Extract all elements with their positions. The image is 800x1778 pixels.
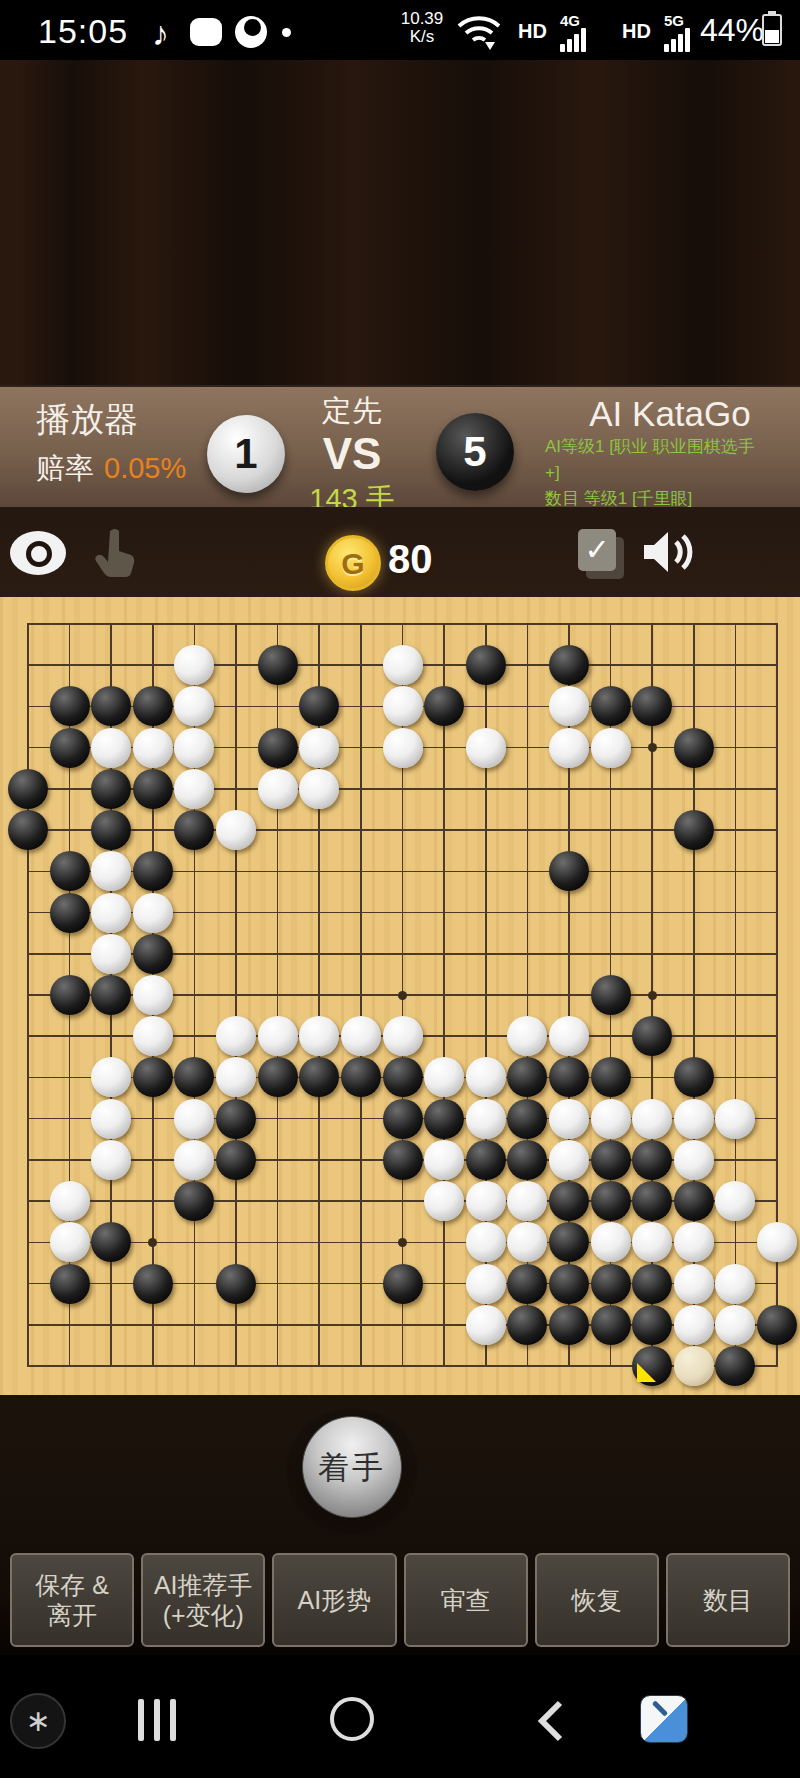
- black-stone: [632, 686, 672, 726]
- black-stone: [91, 975, 131, 1015]
- black-stone: [299, 1057, 339, 1097]
- white-stone: [91, 1099, 131, 1139]
- app-background: [0, 60, 800, 385]
- white-stone: [133, 1016, 173, 1056]
- restore-button[interactable]: 恢复: [535, 1553, 659, 1647]
- white-stone: [674, 1099, 714, 1139]
- white-stone: [674, 1140, 714, 1180]
- white-stone: [174, 1099, 214, 1139]
- white-stone: [757, 1222, 797, 1262]
- black-stone: [50, 728, 90, 768]
- eye-icon[interactable]: [10, 531, 66, 575]
- white-stone: [341, 1016, 381, 1056]
- white-stone: [133, 975, 173, 1015]
- white-stone: [299, 769, 339, 809]
- black-stone: [50, 975, 90, 1015]
- white-stone: [383, 645, 423, 685]
- grid-line: [443, 623, 445, 1367]
- black-stone: [258, 645, 298, 685]
- black-stone: [674, 810, 714, 850]
- black-stone: [549, 1222, 589, 1262]
- white-stone: [50, 1181, 90, 1221]
- white-stone: [632, 1222, 672, 1262]
- white-stone: [299, 1016, 339, 1056]
- black-stone: [507, 1140, 547, 1180]
- black-stone: [50, 893, 90, 933]
- white-stone: [50, 1222, 90, 1262]
- coin-count: 80: [388, 537, 433, 582]
- play-move-button[interactable]: 着手: [302, 1416, 402, 1518]
- white-stone: [174, 728, 214, 768]
- action-button-row: 保存 & 离开 AI推荐手 (+变化) AI形势 审查 恢复 数目: [0, 1553, 800, 1647]
- network-speed: 10.39 K/s: [392, 10, 452, 46]
- black-stone: [8, 769, 48, 809]
- black-stone: [258, 1057, 298, 1097]
- white-stone: [216, 810, 256, 850]
- black-stone: [174, 1057, 214, 1097]
- black-stone: [591, 1057, 631, 1097]
- signal-bars-4g-icon: [560, 28, 586, 52]
- black-stone: [591, 1140, 631, 1180]
- black-stone: [341, 1057, 381, 1097]
- white-stone: [91, 851, 131, 891]
- white-stone: [299, 728, 339, 768]
- black-stone: [133, 851, 173, 891]
- white-stone: [383, 686, 423, 726]
- ai-name: AI KataGo: [545, 394, 795, 434]
- go-board[interactable]: [0, 597, 800, 1395]
- white-stone: [507, 1222, 547, 1262]
- grid-line: [735, 623, 737, 1367]
- black-stone: [216, 1264, 256, 1304]
- white-stone: [715, 1181, 755, 1221]
- black-stone: [591, 686, 631, 726]
- checkbox-icon[interactable]: ✓: [578, 529, 622, 577]
- toolbar: G 80 ✓: [0, 507, 800, 597]
- white-stone: [674, 1346, 714, 1386]
- assistant-bubble-icon[interactable]: ∗: [10, 1693, 66, 1749]
- black-stone: [383, 1140, 423, 1180]
- coin-icon: G: [325, 535, 381, 591]
- black-stone: [549, 1057, 589, 1097]
- network-4g-label: 4G: [560, 12, 580, 29]
- white-stone: [715, 1264, 755, 1304]
- black-stone: [174, 1181, 214, 1221]
- black-stone: [591, 975, 631, 1015]
- review-button[interactable]: 审查: [404, 1553, 528, 1647]
- battery-percent: 44%: [700, 12, 764, 49]
- white-stone: [258, 769, 298, 809]
- black-stone: [174, 810, 214, 850]
- black-stone: [632, 1016, 672, 1056]
- black-stone: [383, 1057, 423, 1097]
- ai-suggest-button[interactable]: AI推荐手 (+变化): [141, 1553, 265, 1647]
- white-stone: [674, 1264, 714, 1304]
- white-stone: [507, 1181, 547, 1221]
- save-and-leave-button[interactable]: 保存 & 离开: [10, 1553, 134, 1647]
- black-stone: [383, 1264, 423, 1304]
- white-stone: [549, 686, 589, 726]
- black-stone: [507, 1264, 547, 1304]
- black-stone: [549, 1181, 589, 1221]
- clock: 15:05: [38, 12, 128, 51]
- black-stone: [91, 810, 131, 850]
- black-stone: [549, 645, 589, 685]
- white-stone: [174, 769, 214, 809]
- black-stone: [258, 728, 298, 768]
- white-stone: [424, 1181, 464, 1221]
- black-stone: [216, 1140, 256, 1180]
- handicap-label: 定先: [292, 391, 412, 432]
- player-odds: 赔率0.05%: [36, 449, 186, 489]
- black-stone: [674, 1057, 714, 1097]
- white-stone: [591, 1222, 631, 1262]
- black-stone: [591, 1305, 631, 1345]
- white-stone: [174, 686, 214, 726]
- signal-bars-5g-icon: [664, 28, 690, 52]
- white-stone: [466, 1099, 506, 1139]
- vs-label: VS: [292, 432, 412, 476]
- network-5g-label: 5G: [664, 12, 684, 29]
- white-stone: [466, 1181, 506, 1221]
- black-stone: [133, 1057, 173, 1097]
- black-stone: [632, 1346, 672, 1386]
- black-stone: [50, 1264, 90, 1304]
- white-stone: [91, 934, 131, 974]
- white-stone: [591, 728, 631, 768]
- count-button[interactable]: 数目: [666, 1553, 790, 1647]
- black-stone: [8, 810, 48, 850]
- white-stone: [466, 1222, 506, 1262]
- white-stone: [133, 893, 173, 933]
- black-stone: [549, 851, 589, 891]
- black-stone: [91, 686, 131, 726]
- black-stone: [632, 1140, 672, 1180]
- star-point: [648, 991, 657, 1000]
- hd-badge-2: HD: [622, 20, 651, 43]
- black-stone: [591, 1264, 631, 1304]
- black-stone: [424, 686, 464, 726]
- white-stone: [424, 1057, 464, 1097]
- white-stone: [591, 1099, 631, 1139]
- white-stone: [216, 1057, 256, 1097]
- white-stone: [466, 1305, 506, 1345]
- black-stone: [50, 851, 90, 891]
- ai-player-block: AI KataGo AI等级1 [职业 职业围棋选手 +] 数目 等级1 [千里…: [545, 387, 795, 512]
- white-stone: [466, 1264, 506, 1304]
- music-note-icon: ♪: [152, 14, 169, 53]
- white-stone: [715, 1099, 755, 1139]
- star-point: [148, 1238, 157, 1247]
- black-stone: [674, 1181, 714, 1221]
- black-stone: [757, 1305, 797, 1345]
- white-stone: [674, 1222, 714, 1262]
- white-stone: [549, 1099, 589, 1139]
- ai-level-line1: AI等级1 [职业 职业围棋选手: [545, 434, 795, 460]
- home-icon[interactable]: [330, 1697, 374, 1741]
- speaker-icon[interactable]: [640, 527, 696, 577]
- black-stone: [507, 1099, 547, 1139]
- black-stone: [133, 686, 173, 726]
- android-nav-bar: ∗: [0, 1655, 800, 1778]
- black-stone: [674, 728, 714, 768]
- white-stone: [715, 1305, 755, 1345]
- white-stone: [133, 728, 173, 768]
- black-stone: [133, 934, 173, 974]
- black-stone: [216, 1099, 256, 1139]
- white-stone: [91, 893, 131, 933]
- white-stone: [258, 1016, 298, 1056]
- black-stone: [133, 1264, 173, 1304]
- black-stone: [632, 1264, 672, 1304]
- white-stone: [91, 1140, 131, 1180]
- black-stone: [50, 686, 90, 726]
- notification-dot-icon: [282, 28, 291, 37]
- player-name: 播放器: [36, 397, 138, 443]
- star-point: [398, 1238, 407, 1247]
- white-stone: [91, 728, 131, 768]
- last-move-marker: [637, 1363, 656, 1382]
- black-stone: [507, 1057, 547, 1097]
- black-stone: [383, 1099, 423, 1139]
- white-stone: [424, 1140, 464, 1180]
- white-stone: [507, 1016, 547, 1056]
- black-stone: [591, 1181, 631, 1221]
- floating-app-icon[interactable]: [640, 1695, 688, 1743]
- white-captures-badge: 1: [207, 415, 285, 493]
- black-stone: [424, 1099, 464, 1139]
- pointer-hand-icon[interactable]: [92, 527, 138, 579]
- white-stone: [174, 1140, 214, 1180]
- white-stone: [466, 1057, 506, 1097]
- player-info-bar: 播放器 赔率0.05% 1 定先 VS 143 手 5 AI KataGo AI…: [0, 385, 800, 507]
- recents-icon[interactable]: [138, 1699, 176, 1741]
- wifi-icon: [455, 12, 507, 52]
- status-bar: 15:05 ♪ 10.39 K/s HD 4G HD 5G 44%: [0, 0, 800, 60]
- black-stone: [549, 1264, 589, 1304]
- white-stone: [549, 1016, 589, 1056]
- white-stone: [91, 1057, 131, 1097]
- hd-badge-1: HD: [518, 20, 547, 43]
- white-stone: [466, 728, 506, 768]
- black-stone: [133, 769, 173, 809]
- white-stone: [174, 645, 214, 685]
- chat-bubble-icon: [190, 18, 222, 46]
- back-icon[interactable]: [532, 1697, 568, 1745]
- black-stone: [299, 686, 339, 726]
- star-point: [398, 991, 407, 1000]
- black-stone: [632, 1305, 672, 1345]
- planet-icon: [235, 16, 267, 48]
- black-stone: [632, 1181, 672, 1221]
- white-stone: [549, 728, 589, 768]
- white-stone: [632, 1099, 672, 1139]
- match-center-info: 定先 VS 143 手: [292, 387, 412, 520]
- black-captures-badge: 5: [436, 413, 514, 491]
- star-point: [648, 743, 657, 752]
- white-stone: [383, 728, 423, 768]
- white-stone: [383, 1016, 423, 1056]
- black-stone: [91, 769, 131, 809]
- battery-icon: [762, 14, 782, 46]
- black-stone: [91, 1222, 131, 1262]
- ai-level-line2: +]: [545, 460, 795, 486]
- black-stone: [507, 1305, 547, 1345]
- black-stone: [466, 1140, 506, 1180]
- black-stone: [549, 1305, 589, 1345]
- white-stone: [674, 1305, 714, 1345]
- white-stone: [549, 1140, 589, 1180]
- black-stone: [715, 1346, 755, 1386]
- black-stone: [466, 645, 506, 685]
- white-stone: [216, 1016, 256, 1056]
- ai-analysis-button[interactable]: AI形势: [272, 1553, 396, 1647]
